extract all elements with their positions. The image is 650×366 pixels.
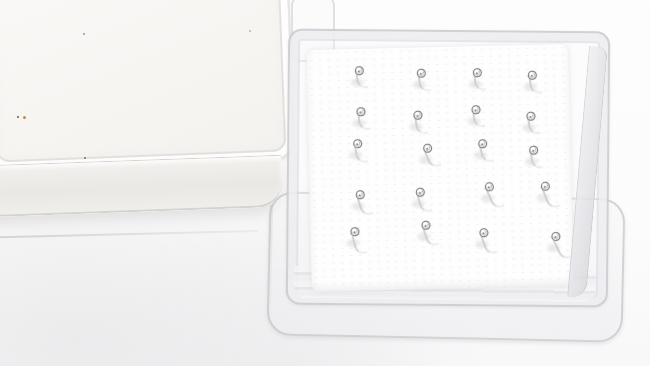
crystal-gem	[421, 220, 430, 229]
lid-shadow-line	[0, 230, 258, 238]
grid-cell	[447, 171, 505, 211]
photo-stage	[0, 0, 650, 366]
crystal-gem	[551, 232, 560, 241]
crystal-gem	[350, 227, 359, 236]
crystal-stud	[415, 188, 424, 197]
grid-cell	[389, 91, 447, 131]
stud-pin	[474, 76, 486, 92]
crystal-gem	[355, 190, 364, 199]
crystal-gem	[471, 105, 480, 114]
grid-cell	[447, 92, 505, 132]
display-case	[286, 29, 610, 308]
crystal-gem	[479, 228, 488, 237]
crystal-stud	[356, 107, 365, 116]
crystal-gem	[540, 182, 549, 191]
lid-front-wall	[0, 155, 283, 217]
crystal-gem	[527, 71, 536, 80]
dust-speck	[17, 116, 19, 118]
grid-cell	[505, 132, 563, 172]
stud-pin	[356, 73, 368, 89]
crystal-stud	[421, 220, 430, 229]
grid-cell	[390, 51, 448, 91]
crystal-stud	[353, 140, 362, 149]
crystal-gem	[415, 188, 424, 197]
grid-cell	[504, 211, 562, 251]
grid-cell	[506, 53, 564, 93]
crystal-gem	[478, 140, 487, 149]
grid-cell	[331, 130, 389, 170]
crystal-gem	[353, 140, 362, 149]
grid-cell	[446, 210, 504, 250]
grid-cell	[389, 170, 447, 210]
lid-top-face	[0, 0, 296, 172]
grid-cell	[448, 52, 506, 92]
crystal-gem	[354, 66, 363, 75]
crystal-gem	[529, 146, 538, 155]
grid-cell	[447, 131, 505, 171]
dust-speck	[23, 116, 26, 119]
grid-cell	[389, 131, 447, 171]
crystal-stud	[479, 228, 488, 237]
crystal-stud	[526, 112, 535, 121]
grid-cell	[331, 170, 389, 210]
crystal-stud	[472, 69, 481, 78]
crystal-stud	[484, 182, 493, 191]
crystal-gem	[416, 69, 425, 78]
dust-speck	[84, 157, 86, 159]
dust-speck	[249, 30, 251, 32]
crystal-stud	[350, 227, 359, 236]
grid-cell	[330, 209, 388, 249]
crystal-stud	[416, 69, 425, 78]
stud-pin	[530, 153, 543, 170]
crystal-stud	[527, 71, 536, 80]
crystal-gem	[472, 69, 481, 78]
grid-cell	[505, 171, 563, 211]
crystal-stud	[355, 190, 364, 199]
crystal-stud	[471, 105, 480, 114]
grid-cell	[505, 92, 563, 132]
crystal-gem	[413, 111, 422, 120]
crystal-stud	[423, 144, 432, 153]
crystal-stud	[478, 140, 487, 149]
crystal-stud	[540, 182, 549, 191]
crystal-gem	[356, 107, 365, 116]
grid-cell	[332, 51, 390, 91]
crystal-stud	[529, 146, 538, 155]
crystal-gem	[526, 112, 535, 121]
crystal-stud	[354, 66, 363, 75]
stud-pin	[418, 76, 431, 93]
crystal-gem	[484, 182, 493, 191]
crystal-stud	[413, 111, 422, 120]
crystal-stud	[551, 232, 560, 241]
crystal-gem	[423, 144, 432, 153]
stud-pin	[472, 112, 485, 128]
stud-pin	[357, 114, 370, 131]
grid-cell	[388, 210, 446, 250]
grid-cell	[331, 91, 389, 131]
stud-grid	[330, 51, 564, 251]
dust-speck	[83, 33, 85, 35]
